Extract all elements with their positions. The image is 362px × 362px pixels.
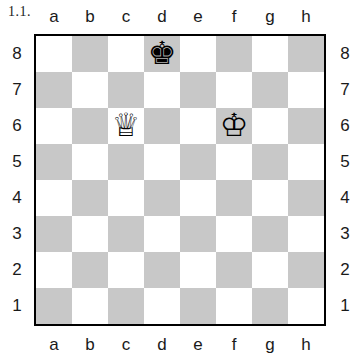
square-d7[interactable] (144, 72, 180, 108)
file-label-h-bottom: h (288, 328, 324, 362)
rank-label-1-right: 1 (328, 288, 362, 324)
square-g5[interactable] (252, 144, 288, 180)
square-d1[interactable] (144, 288, 180, 324)
file-label-g-bottom: g (252, 328, 288, 362)
file-label-e-top: e (180, 0, 216, 34)
square-e4[interactable] (180, 180, 216, 216)
square-a3[interactable] (36, 216, 72, 252)
rank-label-4-right: 4 (328, 180, 362, 216)
square-b7[interactable] (72, 72, 108, 108)
square-f4[interactable] (216, 180, 252, 216)
square-h2[interactable] (288, 252, 324, 288)
file-labels-bottom: abcdefgh (36, 328, 324, 362)
file-label-b-bottom: b (72, 328, 108, 362)
square-a1[interactable] (36, 288, 72, 324)
square-b3[interactable] (72, 216, 108, 252)
square-f5[interactable] (216, 144, 252, 180)
square-e3[interactable] (180, 216, 216, 252)
file-label-c-top: c (108, 0, 144, 34)
white-queen[interactable]: ♕ (112, 109, 141, 141)
square-e7[interactable] (180, 72, 216, 108)
square-a5[interactable] (36, 144, 72, 180)
file-label-a-bottom: a (36, 328, 72, 362)
square-e6[interactable] (180, 108, 216, 144)
file-label-a-top: a (36, 0, 72, 34)
square-f6[interactable]: ♔ (216, 108, 252, 144)
square-f8[interactable] (216, 36, 252, 72)
square-d2[interactable] (144, 252, 180, 288)
rank-label-3-left: 3 (0, 216, 34, 252)
square-f1[interactable] (216, 288, 252, 324)
square-g2[interactable] (252, 252, 288, 288)
square-c6[interactable]: ♕ (108, 108, 144, 144)
file-label-e-bottom: e (180, 328, 216, 362)
file-label-f-bottom: f (216, 328, 252, 362)
square-e2[interactable] (180, 252, 216, 288)
square-b6[interactable] (72, 108, 108, 144)
file-labels-top: abcdefgh (36, 0, 324, 34)
square-c7[interactable] (108, 72, 144, 108)
square-b4[interactable] (72, 180, 108, 216)
rank-label-6-right: 6 (328, 108, 362, 144)
diagram-number: 1.1. (8, 4, 31, 20)
square-g8[interactable] (252, 36, 288, 72)
square-h1[interactable] (288, 288, 324, 324)
rank-label-5-left: 5 (0, 144, 34, 180)
rank-labels-right: 87654321 (328, 36, 362, 324)
square-a7[interactable] (36, 72, 72, 108)
rank-label-3-right: 3 (328, 216, 362, 252)
rank-labels-left: 87654321 (0, 36, 34, 324)
square-f3[interactable] (216, 216, 252, 252)
square-h6[interactable] (288, 108, 324, 144)
square-e1[interactable] (180, 288, 216, 324)
white-king[interactable]: ♔ (220, 109, 249, 141)
square-d4[interactable] (144, 180, 180, 216)
rank-label-8-left: 8 (0, 36, 34, 72)
square-c2[interactable] (108, 252, 144, 288)
rank-label-2-left: 2 (0, 252, 34, 288)
square-h5[interactable] (288, 144, 324, 180)
square-b2[interactable] (72, 252, 108, 288)
square-c8[interactable] (108, 36, 144, 72)
square-e8[interactable] (180, 36, 216, 72)
rank-label-2-right: 2 (328, 252, 362, 288)
square-c4[interactable] (108, 180, 144, 216)
rank-label-6-left: 6 (0, 108, 34, 144)
square-d5[interactable] (144, 144, 180, 180)
square-g1[interactable] (252, 288, 288, 324)
square-h3[interactable] (288, 216, 324, 252)
square-a6[interactable] (36, 108, 72, 144)
square-c3[interactable] (108, 216, 144, 252)
square-b5[interactable] (72, 144, 108, 180)
file-label-h-top: h (288, 0, 324, 34)
file-label-d-top: d (144, 0, 180, 34)
square-d6[interactable] (144, 108, 180, 144)
square-g6[interactable] (252, 108, 288, 144)
file-label-f-top: f (216, 0, 252, 34)
file-label-b-top: b (72, 0, 108, 34)
square-g7[interactable] (252, 72, 288, 108)
rank-label-5-right: 5 (328, 144, 362, 180)
square-g4[interactable] (252, 180, 288, 216)
chess-diagram-page: 1.1. abcdefgh 87654321 ♚♕♔ 87654321 abcd… (0, 0, 362, 362)
rank-label-1-left: 1 (0, 288, 34, 324)
square-a4[interactable] (36, 180, 72, 216)
black-king[interactable]: ♚ (148, 37, 177, 69)
chess-board: ♚♕♔ (34, 34, 326, 326)
square-a2[interactable] (36, 252, 72, 288)
rank-label-4-left: 4 (0, 180, 34, 216)
file-label-c-bottom: c (108, 328, 144, 362)
rank-label-7-left: 7 (0, 72, 34, 108)
square-c1[interactable] (108, 288, 144, 324)
rank-label-7-right: 7 (328, 72, 362, 108)
file-label-d-bottom: d (144, 328, 180, 362)
square-b8[interactable] (72, 36, 108, 72)
rank-label-8-right: 8 (328, 36, 362, 72)
square-h7[interactable] (288, 72, 324, 108)
square-f2[interactable] (216, 252, 252, 288)
square-h4[interactable] (288, 180, 324, 216)
square-b1[interactable] (72, 288, 108, 324)
square-f7[interactable] (216, 72, 252, 108)
square-h8[interactable] (288, 36, 324, 72)
square-e5[interactable] (180, 144, 216, 180)
square-d8[interactable]: ♚ (144, 36, 180, 72)
square-a8[interactable] (36, 36, 72, 72)
file-label-g-top: g (252, 0, 288, 34)
square-d3[interactable] (144, 216, 180, 252)
square-g3[interactable] (252, 216, 288, 252)
square-c5[interactable] (108, 144, 144, 180)
